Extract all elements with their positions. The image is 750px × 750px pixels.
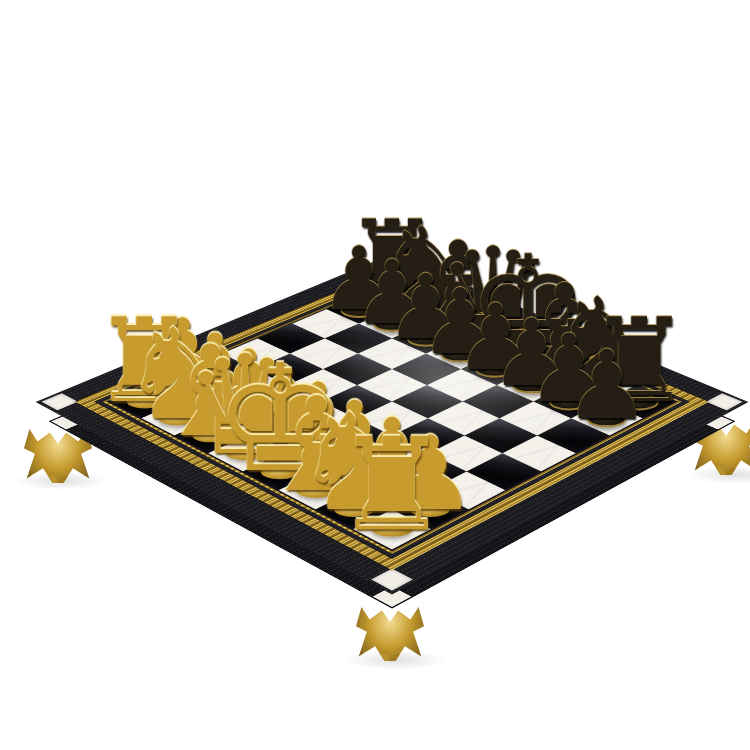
marble-corner-inset-right bbox=[706, 393, 743, 410]
board-scene bbox=[0, 0, 750, 750]
product-photo: ♜♞♝♛♚♝♞♜♟♟♟♟♟♟♟♟♟♟♟♟♟♟♟♟♜♞♝♛♚♝♞♜ bbox=[0, 0, 750, 750]
playing-surface bbox=[109, 281, 675, 549]
plinth-corner-inset-right bbox=[699, 413, 733, 429]
marble-corner-inset-left bbox=[41, 393, 78, 410]
plinth-corner-inset-left bbox=[51, 413, 85, 429]
board-assembly bbox=[36, 254, 749, 594]
